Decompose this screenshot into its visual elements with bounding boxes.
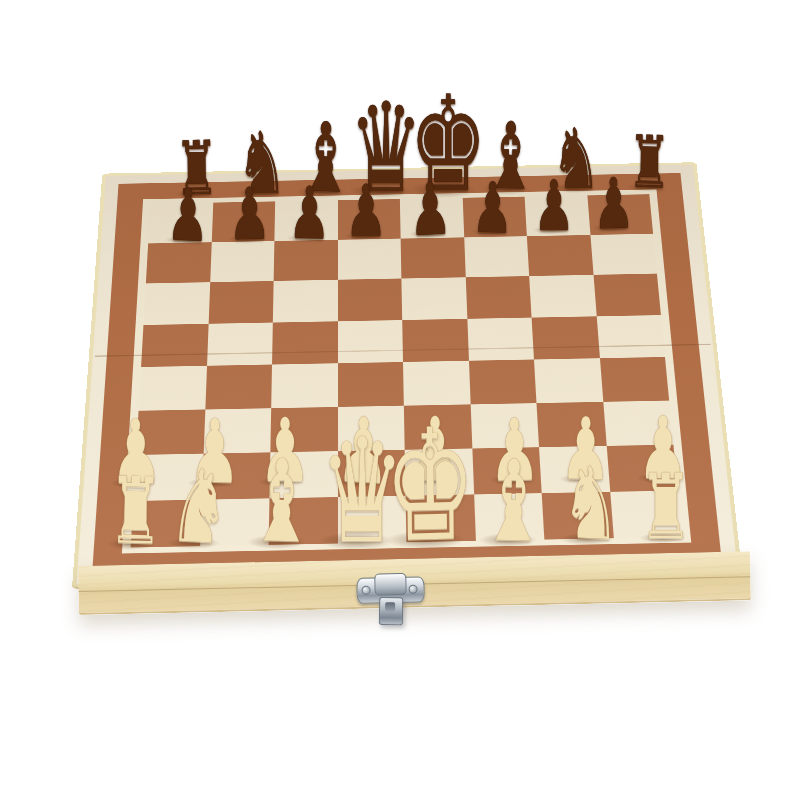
square-b1 — [200, 498, 270, 546]
clasp — [356, 572, 423, 625]
square-c8 — [274, 200, 337, 240]
square-h4 — [599, 357, 669, 402]
square-a3 — [136, 409, 205, 455]
square-h2 — [606, 445, 678, 492]
square-g7 — [527, 235, 593, 276]
square-c5 — [272, 321, 337, 365]
square-g8 — [525, 195, 590, 235]
square-h8 — [587, 194, 653, 234]
square-e8 — [400, 198, 464, 238]
square-d5 — [338, 320, 403, 364]
square-h6 — [593, 274, 661, 316]
square-f4 — [468, 359, 536, 404]
square-h3 — [603, 400, 674, 446]
square-g4 — [534, 358, 603, 403]
clasp-latch-housing — [374, 573, 406, 596]
square-b5 — [207, 322, 273, 366]
square-d3 — [338, 405, 405, 451]
square-c4 — [271, 363, 337, 408]
square-a5 — [141, 323, 208, 367]
square-h7 — [590, 233, 657, 274]
square-b8 — [211, 201, 275, 242]
square-d2 — [338, 450, 406, 497]
chess-set-photo: ♜♞♝♚♛♝♞♜♟♟♟♟♟♟♟♟♟♟♟♟♟♟♟♟♜♞♚♝♛♝♞♜ — [0, 0, 800, 800]
square-f5 — [467, 317, 534, 360]
square-f2 — [472, 447, 542, 494]
square-g2 — [539, 446, 610, 493]
square-g1 — [542, 491, 614, 539]
square-f6 — [465, 276, 531, 318]
board-plane — [72, 162, 742, 587]
square-g6 — [529, 275, 596, 317]
square-e7 — [401, 237, 466, 278]
square-d1 — [338, 495, 407, 543]
clasp-tongue — [379, 597, 403, 625]
square-e5 — [402, 318, 468, 362]
square-d4 — [338, 362, 404, 407]
square-d6 — [338, 279, 403, 321]
square-e4 — [403, 361, 470, 406]
square-b7 — [210, 241, 275, 282]
square-e2 — [405, 448, 474, 495]
square-a4 — [139, 366, 207, 411]
square-f1 — [474, 493, 545, 541]
square-c2 — [269, 451, 337, 498]
square-e3 — [404, 404, 472, 450]
square-c7 — [274, 239, 338, 280]
square-h1 — [610, 490, 683, 538]
square-f3 — [470, 403, 539, 449]
square-e1 — [406, 494, 476, 542]
square-h5 — [596, 315, 665, 358]
square-a8 — [148, 203, 213, 244]
square-a6 — [143, 282, 209, 325]
squares-grid — [131, 194, 683, 547]
square-g5 — [532, 316, 600, 359]
square-d8 — [338, 199, 401, 239]
square-f7 — [464, 236, 529, 277]
square-g3 — [536, 402, 606, 448]
square-f8 — [462, 197, 527, 237]
square-b6 — [208, 281, 273, 323]
square-a7 — [146, 242, 211, 283]
square-b2 — [201, 452, 270, 499]
square-b4 — [205, 365, 272, 410]
square-d7 — [338, 238, 402, 279]
square-c1 — [269, 497, 338, 545]
square-a1 — [131, 499, 202, 547]
square-a2 — [133, 454, 203, 501]
square-c6 — [273, 280, 338, 322]
square-e6 — [401, 277, 466, 319]
clasp-slot — [385, 602, 395, 611]
square-c3 — [270, 407, 337, 453]
square-b3 — [203, 408, 271, 454]
